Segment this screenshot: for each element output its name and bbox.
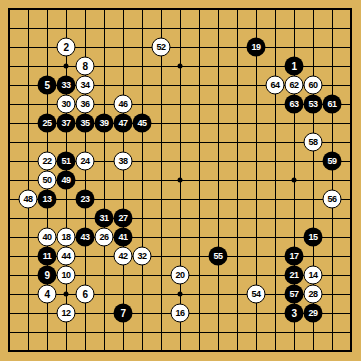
stone-number: 30 (61, 100, 70, 109)
stone-white-38: 38 (114, 152, 133, 171)
stone-black-1: 1 (285, 57, 304, 76)
stone-white-62: 62 (285, 76, 304, 95)
stone-number: 51 (61, 157, 70, 166)
stone-number: 44 (61, 252, 70, 261)
stone-number: 57 (289, 290, 298, 299)
stone-black-9: 9 (38, 266, 57, 285)
stone-black-7: 7 (114, 304, 133, 323)
stone-number: 59 (327, 157, 336, 166)
stone-number: 24 (80, 157, 89, 166)
stone-number: 49 (61, 176, 70, 185)
stone-number: 25 (42, 119, 51, 128)
stone-black-21: 21 (285, 266, 304, 285)
stone-number: 27 (118, 214, 127, 223)
stone-white-22: 22 (38, 152, 57, 171)
stone-black-51: 51 (57, 152, 76, 171)
stone-number: 17 (289, 252, 298, 261)
stone-black-53: 53 (304, 95, 323, 114)
stone-white-58: 58 (304, 133, 323, 152)
stone-number: 63 (289, 100, 298, 109)
stone-number: 61 (327, 100, 336, 109)
stone-number: 22 (42, 157, 51, 166)
grid-line-vertical (199, 8, 200, 352)
stone-black-55: 55 (209, 247, 228, 266)
go-board[interactable]: 1234567891011121314151617181920212223242… (0, 0, 361, 361)
stone-number: 52 (156, 43, 165, 52)
stone-number: 43 (80, 233, 89, 242)
grid-line-vertical (350, 8, 352, 352)
stone-white-60: 60 (304, 76, 323, 95)
stone-number: 6 (82, 289, 87, 299)
stone-number: 28 (308, 290, 317, 299)
stone-number: 56 (327, 195, 336, 204)
star-point (64, 292, 69, 297)
stone-black-17: 17 (285, 247, 304, 266)
stone-white-4: 4 (38, 285, 57, 304)
stone-number: 64 (270, 81, 279, 90)
stone-number: 36 (80, 100, 89, 109)
stone-white-10: 10 (57, 266, 76, 285)
stone-number: 38 (118, 157, 127, 166)
stone-white-46: 46 (114, 95, 133, 114)
stone-white-40: 40 (38, 228, 57, 247)
stone-number: 42 (118, 252, 127, 261)
stone-black-3: 3 (285, 304, 304, 323)
grid-line-vertical (275, 8, 276, 352)
stone-number: 11 (43, 252, 52, 261)
stone-number: 55 (213, 252, 222, 261)
stone-black-25: 25 (38, 114, 57, 133)
star-point (178, 178, 183, 183)
stone-white-16: 16 (171, 304, 190, 323)
stone-black-33: 33 (57, 76, 76, 95)
stone-number: 19 (251, 43, 260, 52)
stone-white-8: 8 (76, 57, 95, 76)
stone-white-32: 32 (133, 247, 152, 266)
stone-number: 18 (61, 233, 70, 242)
stone-white-12: 12 (57, 304, 76, 323)
stone-number: 5 (44, 80, 49, 90)
stone-black-57: 57 (285, 285, 304, 304)
stone-black-5: 5 (38, 76, 57, 95)
stone-white-28: 28 (304, 285, 323, 304)
stone-number: 62 (289, 81, 298, 90)
stone-white-52: 52 (152, 38, 171, 57)
stone-black-39: 39 (95, 114, 114, 133)
stone-black-29: 29 (304, 304, 323, 323)
grid-line-horizontal (8, 350, 352, 352)
stone-number: 26 (99, 233, 108, 242)
star-point (292, 178, 297, 183)
stone-number: 12 (61, 309, 70, 318)
stone-black-27: 27 (114, 209, 133, 228)
stone-black-41: 41 (114, 228, 133, 247)
stone-number: 10 (61, 271, 70, 280)
stone-number: 13 (42, 195, 51, 204)
stone-number: 29 (308, 309, 317, 318)
stone-black-19: 19 (247, 38, 266, 57)
stone-number: 9 (44, 270, 49, 280)
stone-white-48: 48 (19, 190, 38, 209)
stone-black-15: 15 (304, 228, 323, 247)
stone-black-43: 43 (76, 228, 95, 247)
stone-white-2: 2 (57, 38, 76, 57)
stone-number: 8 (82, 61, 87, 71)
stone-number: 15 (308, 233, 317, 242)
stone-number: 48 (23, 195, 32, 204)
grid-line-vertical (218, 8, 219, 352)
grid-line-horizontal (8, 332, 352, 333)
star-point (178, 64, 183, 69)
stone-white-44: 44 (57, 247, 76, 266)
stone-number: 39 (99, 119, 108, 128)
stone-black-37: 37 (57, 114, 76, 133)
stone-black-59: 59 (323, 152, 342, 171)
stone-number: 35 (80, 119, 89, 128)
stone-black-45: 45 (133, 114, 152, 133)
stone-white-18: 18 (57, 228, 76, 247)
stone-number: 14 (308, 271, 317, 280)
stone-number: 34 (80, 81, 89, 90)
stone-number: 21 (289, 271, 298, 280)
grid-line-horizontal (8, 218, 352, 219)
stone-black-31: 31 (95, 209, 114, 228)
star-point (64, 64, 69, 69)
stone-number: 31 (99, 214, 108, 223)
stone-white-56: 56 (323, 190, 342, 209)
stone-black-61: 61 (323, 95, 342, 114)
stone-black-23: 23 (76, 190, 95, 209)
stone-number: 47 (118, 119, 127, 128)
stone-black-63: 63 (285, 95, 304, 114)
stone-black-11: 11 (38, 247, 57, 266)
stone-white-20: 20 (171, 266, 190, 285)
stone-number: 40 (42, 233, 51, 242)
stone-black-47: 47 (114, 114, 133, 133)
stone-number: 50 (42, 176, 51, 185)
stone-number: 32 (137, 252, 146, 261)
stone-black-13: 13 (38, 190, 57, 209)
stone-number: 2 (63, 42, 68, 52)
star-point (178, 292, 183, 297)
stone-number: 41 (118, 233, 127, 242)
stone-white-36: 36 (76, 95, 95, 114)
stone-white-26: 26 (95, 228, 114, 247)
stone-white-50: 50 (38, 171, 57, 190)
stone-white-54: 54 (247, 285, 266, 304)
stone-number: 4 (44, 289, 49, 299)
stone-number: 37 (61, 119, 70, 128)
stone-number: 23 (80, 195, 89, 204)
stone-white-6: 6 (76, 285, 95, 304)
stone-white-64: 64 (266, 76, 285, 95)
grid-line-horizontal (8, 199, 352, 200)
stone-white-34: 34 (76, 76, 95, 95)
grid-line-vertical (332, 8, 333, 352)
stone-number: 54 (251, 290, 260, 299)
stone-number: 20 (175, 271, 184, 280)
stone-number: 16 (175, 309, 184, 318)
grid-line-vertical (237, 8, 238, 352)
stone-black-35: 35 (76, 114, 95, 133)
stone-number: 58 (308, 138, 317, 147)
stone-black-49: 49 (57, 171, 76, 190)
stone-white-24: 24 (76, 152, 95, 171)
stone-white-42: 42 (114, 247, 133, 266)
stone-number: 45 (137, 119, 146, 128)
stone-number: 60 (308, 81, 317, 90)
stone-number: 53 (308, 100, 317, 109)
stone-number: 46 (118, 100, 127, 109)
stone-number: 33 (61, 81, 70, 90)
stone-number: 1 (291, 61, 296, 71)
stone-white-14: 14 (304, 266, 323, 285)
stone-white-30: 30 (57, 95, 76, 114)
stone-number: 7 (120, 308, 125, 318)
stone-number: 3 (291, 308, 296, 318)
